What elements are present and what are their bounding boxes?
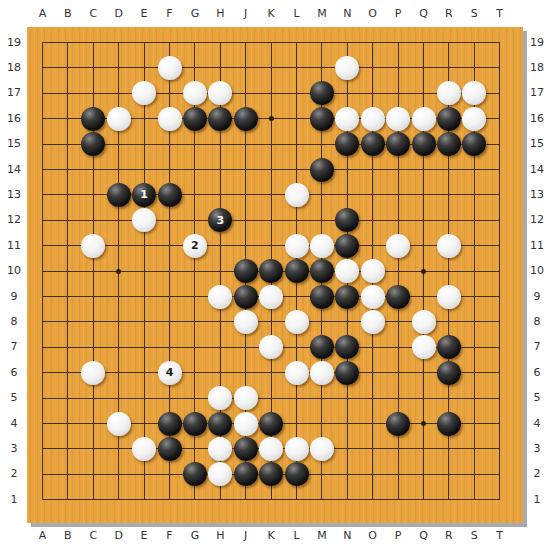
white-stone-G11: 2 bbox=[183, 234, 207, 258]
coord-label-bottom-O: O bbox=[363, 528, 383, 544]
coord-label-top-D: D bbox=[109, 6, 129, 22]
coord-label-top-R: R bbox=[439, 6, 459, 22]
coord-label-left-9: 9 bbox=[4, 289, 24, 305]
black-stone-M7 bbox=[310, 335, 334, 359]
coord-label-left-1: 1 bbox=[4, 492, 24, 508]
black-stone-P9 bbox=[386, 285, 410, 309]
white-stone-J5 bbox=[234, 386, 258, 410]
white-stone-M3 bbox=[310, 437, 334, 461]
white-stone-L6 bbox=[285, 361, 309, 385]
coord-label-top-S: S bbox=[464, 6, 484, 22]
black-stone-J10 bbox=[234, 259, 258, 283]
coord-label-top-H: H bbox=[210, 6, 230, 22]
black-stone-N9 bbox=[335, 285, 359, 309]
white-stone-K9 bbox=[259, 285, 283, 309]
coord-label-top-N: N bbox=[337, 6, 357, 22]
white-stone-P16 bbox=[386, 107, 410, 131]
white-stone-S17 bbox=[462, 81, 486, 105]
white-stone-H3 bbox=[208, 437, 232, 461]
coord-label-right-11: 11 bbox=[527, 238, 547, 254]
coord-label-right-3: 3 bbox=[527, 441, 547, 457]
coord-label-left-10: 10 bbox=[4, 263, 24, 279]
white-stone-H2 bbox=[208, 462, 232, 486]
white-stone-H17 bbox=[208, 81, 232, 105]
black-stone-J16 bbox=[234, 107, 258, 131]
black-stone-L10 bbox=[285, 259, 309, 283]
coord-label-right-9: 9 bbox=[527, 289, 547, 305]
coord-label-bottom-C: C bbox=[83, 528, 103, 544]
black-stone-N6 bbox=[335, 361, 359, 385]
black-stone-L2 bbox=[285, 462, 309, 486]
coord-label-left-16: 16 bbox=[4, 111, 24, 127]
coord-label-left-13: 13 bbox=[4, 187, 24, 203]
black-stone-G4 bbox=[183, 412, 207, 436]
coord-label-left-12: 12 bbox=[4, 212, 24, 228]
coord-label-right-15: 15 bbox=[527, 136, 547, 152]
coord-label-bottom-F: F bbox=[160, 528, 180, 544]
white-stone-R9 bbox=[437, 285, 461, 309]
white-stone-F18 bbox=[158, 56, 182, 80]
coord-label-bottom-S: S bbox=[464, 528, 484, 544]
coord-label-bottom-M: M bbox=[312, 528, 332, 544]
black-stone-N15 bbox=[335, 132, 359, 156]
coord-label-bottom-E: E bbox=[134, 528, 154, 544]
coord-label-bottom-K: K bbox=[261, 528, 281, 544]
black-stone-S15 bbox=[462, 132, 486, 156]
coord-label-left-11: 11 bbox=[4, 238, 24, 254]
coord-label-bottom-G: G bbox=[185, 528, 205, 544]
coord-label-left-6: 6 bbox=[4, 365, 24, 381]
white-stone-G17 bbox=[183, 81, 207, 105]
black-stone-M10 bbox=[310, 259, 334, 283]
star-point-Q10 bbox=[421, 269, 426, 274]
black-stone-R16 bbox=[437, 107, 461, 131]
white-stone-N10 bbox=[335, 259, 359, 283]
white-stone-E3 bbox=[132, 437, 156, 461]
black-stone-G16 bbox=[183, 107, 207, 131]
white-stone-Q8 bbox=[412, 310, 436, 334]
white-stone-M6 bbox=[310, 361, 334, 385]
coord-label-bottom-D: D bbox=[109, 528, 129, 544]
coord-label-left-18: 18 bbox=[4, 60, 24, 76]
black-stone-K4 bbox=[259, 412, 283, 436]
white-stone-D4 bbox=[107, 412, 131, 436]
coord-label-top-P: P bbox=[388, 6, 408, 22]
black-stone-J3 bbox=[234, 437, 258, 461]
coord-label-left-7: 7 bbox=[4, 339, 24, 355]
black-stone-M16 bbox=[310, 107, 334, 131]
move-number-label-F6: 4 bbox=[166, 367, 174, 378]
coord-label-bottom-R: R bbox=[439, 528, 459, 544]
coord-label-left-4: 4 bbox=[4, 416, 24, 432]
white-stone-R11 bbox=[437, 234, 461, 258]
coord-label-top-Q: Q bbox=[414, 6, 434, 22]
coord-label-left-3: 3 bbox=[4, 441, 24, 457]
black-stone-D13 bbox=[107, 183, 131, 207]
white-stone-E12 bbox=[132, 208, 156, 232]
black-stone-N7 bbox=[335, 335, 359, 359]
coord-label-top-L: L bbox=[287, 6, 307, 22]
black-stone-R4 bbox=[437, 412, 461, 436]
black-stone-E13: 1 bbox=[132, 183, 156, 207]
white-stone-K3 bbox=[259, 437, 283, 461]
white-stone-L8 bbox=[285, 310, 309, 334]
coord-label-bottom-N: N bbox=[337, 528, 357, 544]
white-stone-O9 bbox=[361, 285, 385, 309]
coord-label-top-J: J bbox=[236, 6, 256, 22]
coord-label-right-6: 6 bbox=[527, 365, 547, 381]
white-stone-F6: 4 bbox=[158, 361, 182, 385]
grid-line-vertical-T bbox=[499, 42, 500, 500]
coord-label-top-C: C bbox=[83, 6, 103, 22]
black-stone-F3 bbox=[158, 437, 182, 461]
coord-label-left-17: 17 bbox=[4, 85, 24, 101]
coord-label-left-8: 8 bbox=[4, 314, 24, 330]
grid-line-horizontal-5 bbox=[42, 398, 500, 399]
coord-label-bottom-A: A bbox=[33, 528, 53, 544]
coord-label-right-8: 8 bbox=[527, 314, 547, 330]
white-stone-H9 bbox=[208, 285, 232, 309]
coord-label-left-2: 2 bbox=[4, 466, 24, 482]
coord-label-right-4: 4 bbox=[527, 416, 547, 432]
black-stone-F4 bbox=[158, 412, 182, 436]
black-stone-Q15 bbox=[412, 132, 436, 156]
black-stone-H4 bbox=[208, 412, 232, 436]
coord-label-right-13: 13 bbox=[527, 187, 547, 203]
black-stone-M17 bbox=[310, 81, 334, 105]
coord-label-right-10: 10 bbox=[527, 263, 547, 279]
white-stone-N18 bbox=[335, 56, 359, 80]
black-stone-C15 bbox=[81, 132, 105, 156]
coord-label-bottom-B: B bbox=[58, 528, 78, 544]
white-stone-M11 bbox=[310, 234, 334, 258]
coord-label-top-T: T bbox=[490, 6, 510, 22]
grid-line-horizontal-1 bbox=[42, 499, 500, 500]
star-point-Q4 bbox=[421, 421, 426, 426]
goban[interactable]: 1324 bbox=[27, 27, 523, 523]
white-stone-O16 bbox=[361, 107, 385, 131]
white-stone-C6 bbox=[81, 361, 105, 385]
coord-label-bottom-J: J bbox=[236, 528, 256, 544]
white-stone-O10 bbox=[361, 259, 385, 283]
coord-label-right-2: 2 bbox=[527, 466, 547, 482]
move-number-label-E13: 1 bbox=[140, 189, 148, 200]
coord-label-left-5: 5 bbox=[4, 390, 24, 406]
white-stone-Q16 bbox=[412, 107, 436, 131]
coord-label-right-17: 17 bbox=[527, 85, 547, 101]
black-stone-N11 bbox=[335, 234, 359, 258]
coord-label-top-M: M bbox=[312, 6, 332, 22]
coord-label-bottom-H: H bbox=[210, 528, 230, 544]
star-point-D10 bbox=[116, 269, 121, 274]
white-stone-H5 bbox=[208, 386, 232, 410]
black-stone-J9 bbox=[234, 285, 258, 309]
black-stone-M14 bbox=[310, 158, 334, 182]
black-stone-K10 bbox=[259, 259, 283, 283]
black-stone-C16 bbox=[81, 107, 105, 131]
coord-label-right-5: 5 bbox=[527, 390, 547, 406]
star-point-K16 bbox=[269, 116, 274, 121]
coord-label-right-19: 19 bbox=[527, 35, 547, 51]
coord-label-bottom-P: P bbox=[388, 528, 408, 544]
go-game-screenshot: 1324 AA1919BB1818CC1717DD1616EE1515FF141… bbox=[0, 0, 550, 550]
move-number-label-G11: 2 bbox=[191, 240, 199, 251]
coord-label-top-B: B bbox=[58, 6, 78, 22]
white-stone-P11 bbox=[386, 234, 410, 258]
black-stone-R15 bbox=[437, 132, 461, 156]
white-stone-F16 bbox=[158, 107, 182, 131]
white-stone-L3 bbox=[285, 437, 309, 461]
coord-label-bottom-T: T bbox=[490, 528, 510, 544]
coord-label-right-1: 1 bbox=[527, 492, 547, 508]
white-stone-S16 bbox=[462, 107, 486, 131]
white-stone-C11 bbox=[81, 234, 105, 258]
white-stone-L13 bbox=[285, 183, 309, 207]
coord-label-top-O: O bbox=[363, 6, 383, 22]
black-stone-M9 bbox=[310, 285, 334, 309]
coord-label-left-15: 15 bbox=[4, 136, 24, 152]
coord-label-right-14: 14 bbox=[527, 162, 547, 178]
white-stone-L11 bbox=[285, 234, 309, 258]
coord-label-left-14: 14 bbox=[4, 162, 24, 178]
move-number-label-H12: 3 bbox=[216, 215, 224, 226]
black-stone-R7 bbox=[437, 335, 461, 359]
black-stone-H16 bbox=[208, 107, 232, 131]
coord-label-right-12: 12 bbox=[527, 212, 547, 228]
black-stone-J2 bbox=[234, 462, 258, 486]
black-stone-O15 bbox=[361, 132, 385, 156]
coord-label-left-19: 19 bbox=[4, 35, 24, 51]
white-stone-R17 bbox=[437, 81, 461, 105]
white-stone-K7 bbox=[259, 335, 283, 359]
coord-label-top-E: E bbox=[134, 6, 154, 22]
white-stone-Q7 bbox=[412, 335, 436, 359]
coord-label-top-G: G bbox=[185, 6, 205, 22]
grid-line-horizontal-6 bbox=[42, 372, 500, 373]
black-stone-R6 bbox=[437, 361, 461, 385]
coord-label-right-16: 16 bbox=[527, 111, 547, 127]
white-stone-D16 bbox=[107, 107, 131, 131]
white-stone-J8 bbox=[234, 310, 258, 334]
white-stone-E17 bbox=[132, 81, 156, 105]
coord-label-right-7: 7 bbox=[527, 339, 547, 355]
black-stone-K2 bbox=[259, 462, 283, 486]
coord-label-right-18: 18 bbox=[527, 60, 547, 76]
white-stone-J4 bbox=[234, 412, 258, 436]
black-stone-F13 bbox=[158, 183, 182, 207]
white-stone-N16 bbox=[335, 107, 359, 131]
white-stone-O8 bbox=[361, 310, 385, 334]
black-stone-N12 bbox=[335, 208, 359, 232]
black-stone-P4 bbox=[386, 412, 410, 436]
coord-label-bottom-Q: Q bbox=[414, 528, 434, 544]
coord-label-top-F: F bbox=[160, 6, 180, 22]
black-stone-G2 bbox=[183, 462, 207, 486]
coord-label-bottom-L: L bbox=[287, 528, 307, 544]
black-stone-H12: 3 bbox=[208, 208, 232, 232]
coord-label-top-K: K bbox=[261, 6, 281, 22]
black-stone-P15 bbox=[386, 132, 410, 156]
coord-label-top-A: A bbox=[33, 6, 53, 22]
